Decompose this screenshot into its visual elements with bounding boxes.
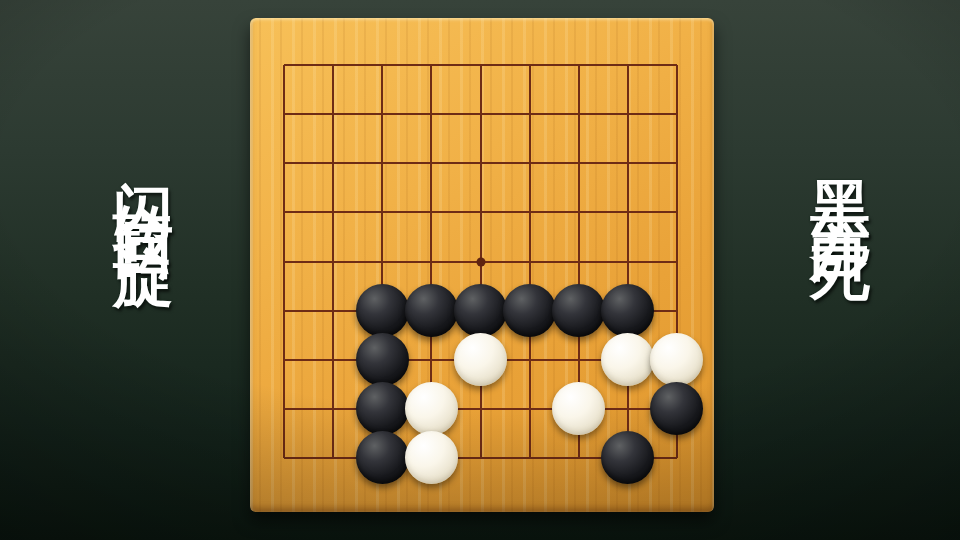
intersection-A6[interactable]	[259, 188, 308, 237]
intersection-D1[interactable]: ○	[407, 433, 456, 482]
stone-glyph: ●	[476, 306, 485, 316]
intersection-D3[interactable]	[407, 335, 456, 384]
intersection-G8[interactable]	[554, 90, 603, 139]
intersection-C1[interactable]: ●	[358, 433, 407, 482]
white-stone[interactable]: ○	[650, 333, 703, 386]
intersection-E5[interactable]	[456, 237, 505, 286]
white-stone[interactable]: ○	[405, 431, 458, 484]
intersection-G9[interactable]	[554, 40, 603, 89]
white-stone[interactable]: ○	[552, 382, 605, 435]
intersection-A8[interactable]	[259, 90, 308, 139]
intersection-B4[interactable]	[309, 286, 358, 335]
intersection-F5[interactable]	[505, 237, 554, 286]
intersection-B1[interactable]	[309, 433, 358, 482]
black-stone[interactable]: ●	[356, 431, 409, 484]
intersection-G5[interactable]	[554, 237, 603, 286]
intersection-C6[interactable]	[358, 188, 407, 237]
intersection-H4[interactable]: ●	[603, 286, 652, 335]
intersection-H7[interactable]	[603, 139, 652, 188]
intersection-J7[interactable]	[652, 139, 701, 188]
intersection-E9[interactable]	[456, 40, 505, 89]
intersection-C9[interactable]	[358, 40, 407, 89]
intersection-A3[interactable]	[259, 335, 308, 384]
stone-glyph: ○	[623, 355, 632, 365]
intersection-J9[interactable]	[652, 40, 701, 89]
intersection-C3[interactable]: ●	[358, 335, 407, 384]
intersection-J3[interactable]: ○	[652, 335, 701, 384]
stone-glyph: ●	[525, 306, 534, 316]
stone-glyph: ●	[378, 404, 387, 414]
right-caption: 黑先白死	[800, 133, 881, 221]
intersection-F6[interactable]	[505, 188, 554, 237]
intersection-H1[interactable]: ●	[603, 433, 652, 482]
stone-glyph: ○	[427, 453, 436, 463]
intersection-H2[interactable]	[603, 384, 652, 433]
stone-glyph: ●	[623, 306, 632, 316]
white-stone[interactable]: ○	[454, 333, 507, 386]
intersection-A4[interactable]	[259, 286, 308, 335]
intersection-G7[interactable]	[554, 139, 603, 188]
intersection-B8[interactable]	[309, 90, 358, 139]
intersection-A7[interactable]	[259, 139, 308, 188]
intersection-G1[interactable]	[554, 433, 603, 482]
stone-glyph: ●	[427, 306, 436, 316]
scene: 闪转回旋 ●●●●●●●○○○●○○●●○● 黑先白死	[0, 0, 960, 540]
intersection-B9[interactable]	[309, 40, 358, 89]
board-grid: ●●●●●●●○○○●○○●●○●	[259, 40, 701, 482]
intersection-J2[interactable]: ●	[652, 384, 701, 433]
intersection-B6[interactable]	[309, 188, 358, 237]
stone-glyph: ●	[673, 404, 682, 414]
intersection-F7[interactable]	[505, 139, 554, 188]
black-stone[interactable]: ●	[356, 284, 409, 337]
intersection-D5[interactable]	[407, 237, 456, 286]
intersection-J5[interactable]	[652, 237, 701, 286]
intersection-H9[interactable]	[603, 40, 652, 89]
intersection-H6[interactable]	[603, 188, 652, 237]
intersection-F2[interactable]	[505, 384, 554, 433]
intersection-H8[interactable]	[603, 90, 652, 139]
intersection-G2[interactable]: ○	[554, 384, 603, 433]
stone-glyph: ●	[378, 355, 387, 365]
black-stone[interactable]: ●	[356, 333, 409, 386]
intersection-F3[interactable]	[505, 335, 554, 384]
intersection-F8[interactable]	[505, 90, 554, 139]
intersection-D7[interactable]	[407, 139, 456, 188]
intersection-B3[interactable]	[309, 335, 358, 384]
intersection-D6[interactable]	[407, 188, 456, 237]
intersection-J4[interactable]	[652, 286, 701, 335]
intersection-B7[interactable]	[309, 139, 358, 188]
white-stone[interactable]: ○	[601, 333, 654, 386]
go-board: ●●●●●●●○○○●○○●●○●	[250, 18, 714, 512]
intersection-E2[interactable]	[456, 384, 505, 433]
intersection-A2[interactable]	[259, 384, 308, 433]
intersection-C5[interactable]	[358, 237, 407, 286]
black-stone[interactable]: ●	[650, 382, 703, 435]
intersection-C8[interactable]	[358, 90, 407, 139]
intersection-D8[interactable]	[407, 90, 456, 139]
intersection-A1[interactable]	[259, 433, 308, 482]
intersection-H5[interactable]	[603, 237, 652, 286]
intersection-E8[interactable]	[456, 90, 505, 139]
intersection-G6[interactable]	[554, 188, 603, 237]
intersection-E1[interactable]	[456, 433, 505, 482]
intersection-D4[interactable]: ●	[407, 286, 456, 335]
intersection-D9[interactable]	[407, 40, 456, 89]
black-stone[interactable]: ●	[503, 284, 556, 337]
intersection-G3[interactable]	[554, 335, 603, 384]
intersection-E3[interactable]: ○	[456, 335, 505, 384]
left-caption: 闪转回旋	[103, 133, 184, 221]
stone-glyph: ○	[427, 404, 436, 414]
intersection-B5[interactable]	[309, 237, 358, 286]
stone-glyph: ●	[378, 306, 387, 316]
black-stone[interactable]: ●	[601, 431, 654, 484]
intersection-D2[interactable]: ○	[407, 384, 456, 433]
intersection-E4[interactable]: ●	[456, 286, 505, 335]
intersection-E7[interactable]	[456, 139, 505, 188]
stone-glyph: ○	[574, 404, 583, 414]
intersection-A5[interactable]	[259, 237, 308, 286]
white-stone[interactable]: ○	[405, 382, 458, 435]
stone-glyph: ○	[673, 355, 682, 365]
intersection-G4[interactable]: ●	[554, 286, 603, 335]
intersection-F4[interactable]: ●	[505, 286, 554, 335]
intersection-C4[interactable]: ●	[358, 286, 407, 335]
stone-glyph: ●	[378, 453, 387, 463]
intersection-C2[interactable]: ●	[358, 384, 407, 433]
intersection-J8[interactable]	[652, 90, 701, 139]
stone-glyph: ●	[574, 306, 583, 316]
black-stone[interactable]: ●	[356, 382, 409, 435]
intersection-F1[interactable]	[505, 433, 554, 482]
intersection-B2[interactable]	[309, 384, 358, 433]
stone-glyph: ●	[623, 453, 632, 463]
black-stone[interactable]: ●	[601, 284, 654, 337]
intersection-H3[interactable]: ○	[603, 335, 652, 384]
intersection-C7[interactable]	[358, 139, 407, 188]
intersection-J1[interactable]	[652, 433, 701, 482]
black-stone[interactable]: ●	[454, 284, 507, 337]
intersection-E6[interactable]	[456, 188, 505, 237]
intersection-J6[interactable]	[652, 188, 701, 237]
stone-glyph: ○	[476, 355, 485, 365]
black-stone[interactable]: ●	[405, 284, 458, 337]
intersection-A9[interactable]	[259, 40, 308, 89]
intersection-F9[interactable]	[505, 40, 554, 89]
black-stone[interactable]: ●	[552, 284, 605, 337]
